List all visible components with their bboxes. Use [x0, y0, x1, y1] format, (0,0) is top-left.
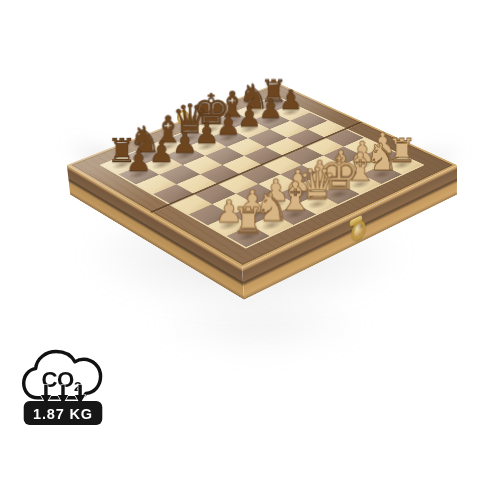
co2-weight-label: 1.87 KG [33, 406, 93, 422]
folding-chess-box: ♜♞♝♛♚♝♞♜♟♟♟♟♟♟♟♟♟♟♟♟♟♟♟♟♜♞♝♛♚♝♞♜ [67, 83, 457, 268]
co2-badge: CO2 1.87 KG [22, 349, 104, 428]
piece-glyph: ♟ [126, 147, 152, 176]
co2-down-arrows-icon [41, 385, 85, 404]
product-photo: ♜♞♝♛♚♝♞♜♟♟♟♟♟♟♟♟♟♟♟♟♟♟♟♟♜♞♝♛♚♝♞♜ CO2 1.8… [0, 0, 480, 480]
piece-glyph: ♜ [232, 202, 264, 238]
brass-clasp [350, 215, 363, 227]
